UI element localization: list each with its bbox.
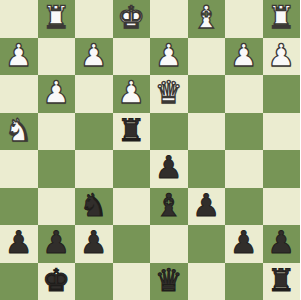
- square-c2[interactable]: [188, 38, 226, 76]
- piece-white-pawn[interactable]: ♟: [267, 38, 295, 75]
- square-h6[interactable]: [0, 188, 38, 226]
- square-b1[interactable]: [225, 0, 263, 38]
- square-b3[interactable]: [225, 75, 263, 113]
- square-b7[interactable]: ♟: [225, 225, 263, 263]
- square-e3[interactable]: ♟: [113, 75, 151, 113]
- square-d6[interactable]: ♝: [150, 188, 188, 226]
- square-g6[interactable]: [38, 188, 76, 226]
- piece-white-rook[interactable]: ♜: [42, 0, 70, 37]
- square-f3[interactable]: [75, 75, 113, 113]
- square-a2[interactable]: ♟: [263, 38, 301, 76]
- piece-black-pawn[interactable]: ♟: [155, 150, 183, 187]
- square-b2[interactable]: ♟: [225, 38, 263, 76]
- square-e6[interactable]: [113, 188, 151, 226]
- square-c6[interactable]: ♟: [188, 188, 226, 226]
- square-c7[interactable]: [188, 225, 226, 263]
- square-d1[interactable]: [150, 0, 188, 38]
- piece-black-pawn[interactable]: ♟: [267, 225, 295, 262]
- square-e2[interactable]: [113, 38, 151, 76]
- piece-black-pawn[interactable]: ♟: [230, 225, 258, 262]
- square-d5[interactable]: ♟: [150, 150, 188, 188]
- piece-black-knight[interactable]: ♞: [80, 188, 108, 225]
- square-a5[interactable]: [263, 150, 301, 188]
- piece-white-knight[interactable]: ♞: [5, 113, 33, 150]
- piece-black-pawn[interactable]: ♟: [80, 225, 108, 262]
- square-e4[interactable]: ♜: [113, 113, 151, 151]
- piece-white-pawn[interactable]: ♟: [230, 38, 258, 75]
- piece-white-king[interactable]: ♚: [117, 0, 145, 37]
- chess-board: ♜♚♝♜♟♟♟♟♟♟♟♛♞♜♟♞♝♟♟♟♟♟♟♚♛♜: [0, 0, 300, 300]
- square-h5[interactable]: [0, 150, 38, 188]
- square-c1[interactable]: ♝: [188, 0, 226, 38]
- square-a6[interactable]: [263, 188, 301, 226]
- square-g8[interactable]: ♚: [38, 263, 76, 300]
- square-g3[interactable]: ♟: [38, 75, 76, 113]
- square-g7[interactable]: ♟: [38, 225, 76, 263]
- square-h2[interactable]: ♟: [0, 38, 38, 76]
- piece-black-queen[interactable]: ♛: [155, 263, 183, 300]
- square-e5[interactable]: [113, 150, 151, 188]
- piece-white-pawn[interactable]: ♟: [117, 75, 145, 112]
- piece-white-pawn[interactable]: ♟: [5, 38, 33, 75]
- piece-black-pawn[interactable]: ♟: [192, 188, 220, 225]
- piece-white-pawn[interactable]: ♟: [42, 75, 70, 112]
- piece-black-pawn[interactable]: ♟: [5, 225, 33, 262]
- square-h8[interactable]: [0, 263, 38, 300]
- square-f2[interactable]: ♟: [75, 38, 113, 76]
- piece-black-king[interactable]: ♚: [42, 263, 70, 300]
- piece-black-rook[interactable]: ♜: [267, 263, 295, 300]
- square-b6[interactable]: [225, 188, 263, 226]
- square-f5[interactable]: [75, 150, 113, 188]
- square-h4[interactable]: ♞: [0, 113, 38, 151]
- piece-white-rook[interactable]: ♜: [267, 0, 295, 37]
- square-h3[interactable]: [0, 75, 38, 113]
- piece-white-queen[interactable]: ♛: [155, 75, 183, 112]
- square-e7[interactable]: [113, 225, 151, 263]
- square-f4[interactable]: [75, 113, 113, 151]
- square-h1[interactable]: [0, 0, 38, 38]
- piece-black-pawn[interactable]: ♟: [42, 225, 70, 262]
- square-d7[interactable]: [150, 225, 188, 263]
- square-a3[interactable]: [263, 75, 301, 113]
- square-f8[interactable]: [75, 263, 113, 300]
- square-f1[interactable]: [75, 0, 113, 38]
- square-g2[interactable]: [38, 38, 76, 76]
- piece-white-bishop[interactable]: ♝: [192, 0, 220, 37]
- square-a7[interactable]: ♟: [263, 225, 301, 263]
- square-a8[interactable]: ♜: [263, 263, 301, 300]
- square-b5[interactable]: [225, 150, 263, 188]
- square-b8[interactable]: [225, 263, 263, 300]
- square-d4[interactable]: [150, 113, 188, 151]
- square-c5[interactable]: [188, 150, 226, 188]
- square-h7[interactable]: ♟: [0, 225, 38, 263]
- square-e8[interactable]: [113, 263, 151, 300]
- square-c4[interactable]: [188, 113, 226, 151]
- square-e1[interactable]: ♚: [113, 0, 151, 38]
- square-b4[interactable]: [225, 113, 263, 151]
- square-c8[interactable]: [188, 263, 226, 300]
- square-d8[interactable]: ♛: [150, 263, 188, 300]
- square-c3[interactable]: [188, 75, 226, 113]
- piece-black-rook[interactable]: ♜: [117, 113, 145, 150]
- square-d3[interactable]: ♛: [150, 75, 188, 113]
- square-g5[interactable]: [38, 150, 76, 188]
- piece-white-pawn[interactable]: ♟: [80, 38, 108, 75]
- square-f6[interactable]: ♞: [75, 188, 113, 226]
- square-f7[interactable]: ♟: [75, 225, 113, 263]
- square-a4[interactable]: [263, 113, 301, 151]
- square-g4[interactable]: [38, 113, 76, 151]
- square-a1[interactable]: ♜: [263, 0, 301, 38]
- square-d2[interactable]: ♟: [150, 38, 188, 76]
- square-g1[interactable]: ♜: [38, 0, 76, 38]
- piece-white-pawn[interactable]: ♟: [155, 38, 183, 75]
- piece-black-bishop[interactable]: ♝: [155, 188, 183, 225]
